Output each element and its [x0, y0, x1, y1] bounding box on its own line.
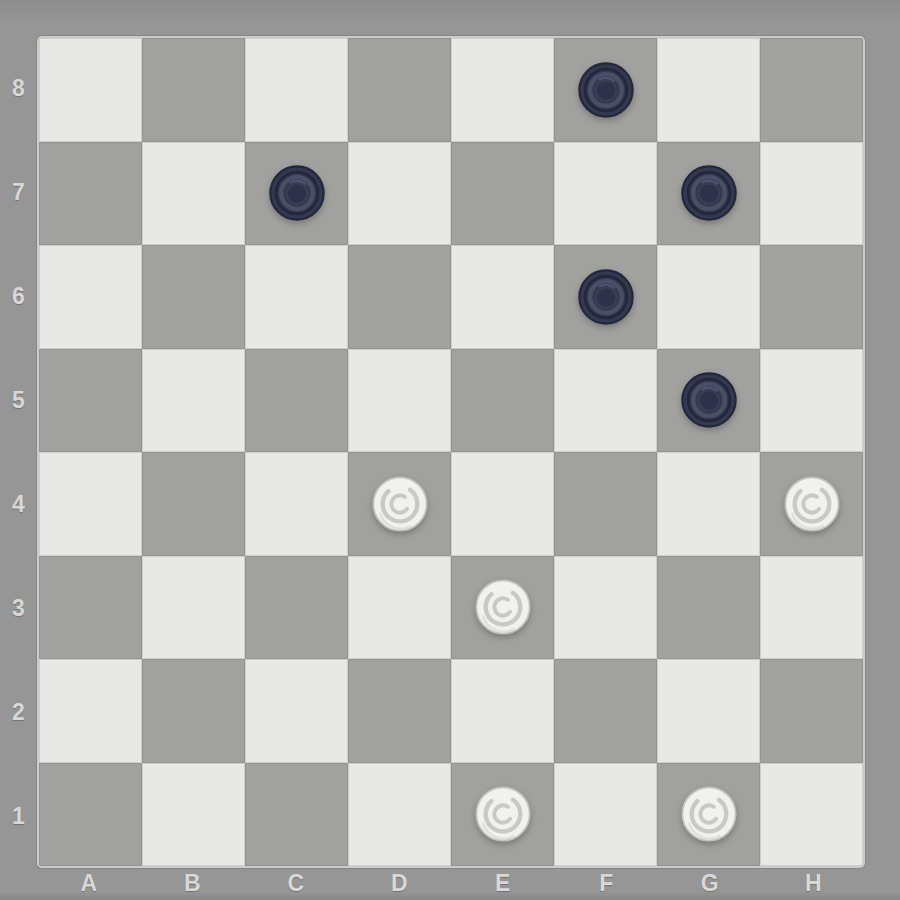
rank-label-6: 6 — [0, 244, 37, 348]
square-h4[interactable] — [760, 452, 863, 556]
file-label-f: F — [555, 868, 659, 899]
white-checker-graphic — [364, 468, 436, 540]
square-g3[interactable] — [657, 556, 760, 660]
checkers-board — [37, 36, 865, 868]
white-checker-g1[interactable] — [673, 778, 745, 850]
square-h7[interactable] — [760, 142, 863, 246]
square-c5[interactable] — [245, 349, 348, 453]
square-d2[interactable] — [348, 659, 451, 763]
square-b7[interactable] — [142, 142, 245, 246]
square-e6[interactable] — [451, 245, 554, 349]
file-label-e: E — [451, 868, 555, 899]
checkers-board-frame: 87654321 ABCDEFGH — [0, 0, 900, 900]
square-b6[interactable] — [142, 245, 245, 349]
rank-label-2: 2 — [0, 660, 37, 764]
square-d8[interactable] — [348, 38, 451, 142]
rank-label-8: 8 — [0, 36, 37, 140]
square-f7[interactable] — [554, 142, 657, 246]
rank-label-7: 7 — [0, 140, 37, 244]
square-d3[interactable] — [348, 556, 451, 660]
square-h3[interactable] — [760, 556, 863, 660]
square-a5[interactable] — [39, 349, 142, 453]
file-labels: ABCDEFGH — [37, 868, 865, 899]
white-checker-graphic — [673, 778, 745, 850]
white-checker-graphic — [467, 571, 539, 643]
square-g8[interactable] — [657, 38, 760, 142]
rank-label-5: 5 — [0, 348, 37, 452]
square-g4[interactable] — [657, 452, 760, 556]
square-c4[interactable] — [245, 452, 348, 556]
black-checker-c7[interactable] — [261, 157, 333, 229]
white-checker-h4[interactable] — [776, 468, 848, 540]
black-checker-f8[interactable] — [570, 54, 642, 126]
square-b5[interactable] — [142, 349, 245, 453]
square-b2[interactable] — [142, 659, 245, 763]
square-c7[interactable] — [245, 142, 348, 246]
square-e7[interactable] — [451, 142, 554, 246]
square-a8[interactable] — [39, 38, 142, 142]
square-c3[interactable] — [245, 556, 348, 660]
square-b8[interactable] — [142, 38, 245, 142]
file-label-g: G — [658, 868, 762, 899]
square-c1[interactable] — [245, 763, 348, 867]
square-g7[interactable] — [657, 142, 760, 246]
file-label-b: B — [141, 868, 245, 899]
square-e5[interactable] — [451, 349, 554, 453]
square-e3[interactable] — [451, 556, 554, 660]
square-h5[interactable] — [760, 349, 863, 453]
square-g1[interactable] — [657, 763, 760, 867]
rank-labels: 87654321 — [0, 36, 37, 868]
square-d7[interactable] — [348, 142, 451, 246]
square-h1[interactable] — [760, 763, 863, 867]
black-checker-graphic — [673, 157, 745, 229]
square-a1[interactable] — [39, 763, 142, 867]
square-a3[interactable] — [39, 556, 142, 660]
square-d5[interactable] — [348, 349, 451, 453]
square-f2[interactable] — [554, 659, 657, 763]
square-e2[interactable] — [451, 659, 554, 763]
square-e1[interactable] — [451, 763, 554, 867]
square-f1[interactable] — [554, 763, 657, 867]
black-checker-g7[interactable] — [673, 157, 745, 229]
file-label-h: H — [762, 868, 866, 899]
file-label-c: C — [244, 868, 348, 899]
file-label-d: D — [348, 868, 452, 899]
square-e4[interactable] — [451, 452, 554, 556]
black-checker-g5[interactable] — [673, 364, 745, 436]
square-a6[interactable] — [39, 245, 142, 349]
black-checker-graphic — [673, 364, 745, 436]
square-a4[interactable] — [39, 452, 142, 556]
square-c8[interactable] — [245, 38, 348, 142]
square-f6[interactable] — [554, 245, 657, 349]
square-d1[interactable] — [348, 763, 451, 867]
square-b3[interactable] — [142, 556, 245, 660]
white-checker-graphic — [776, 468, 848, 540]
square-c6[interactable] — [245, 245, 348, 349]
square-g2[interactable] — [657, 659, 760, 763]
file-label-a: A — [37, 868, 141, 899]
square-f8[interactable] — [554, 38, 657, 142]
square-a7[interactable] — [39, 142, 142, 246]
square-g6[interactable] — [657, 245, 760, 349]
square-g5[interactable] — [657, 349, 760, 453]
square-f4[interactable] — [554, 452, 657, 556]
rank-label-3: 3 — [0, 556, 37, 660]
square-b1[interactable] — [142, 763, 245, 867]
square-e8[interactable] — [451, 38, 554, 142]
white-checker-d4[interactable] — [364, 468, 436, 540]
square-h6[interactable] — [760, 245, 863, 349]
white-checker-e1[interactable] — [467, 778, 539, 850]
square-d4[interactable] — [348, 452, 451, 556]
white-checker-graphic — [467, 778, 539, 850]
white-checker-e3[interactable] — [467, 571, 539, 643]
square-f5[interactable] — [554, 349, 657, 453]
black-checker-graphic — [261, 157, 333, 229]
black-checker-graphic — [570, 261, 642, 333]
black-checker-graphic — [570, 54, 642, 126]
square-c2[interactable] — [245, 659, 348, 763]
square-h8[interactable] — [760, 38, 863, 142]
square-d6[interactable] — [348, 245, 451, 349]
rank-label-4: 4 — [0, 452, 37, 556]
black-checker-f6[interactable] — [570, 261, 642, 333]
square-h2[interactable] — [760, 659, 863, 763]
rank-label-1: 1 — [0, 764, 37, 868]
square-f3[interactable] — [554, 556, 657, 660]
square-b4[interactable] — [142, 452, 245, 556]
square-a2[interactable] — [39, 659, 142, 763]
